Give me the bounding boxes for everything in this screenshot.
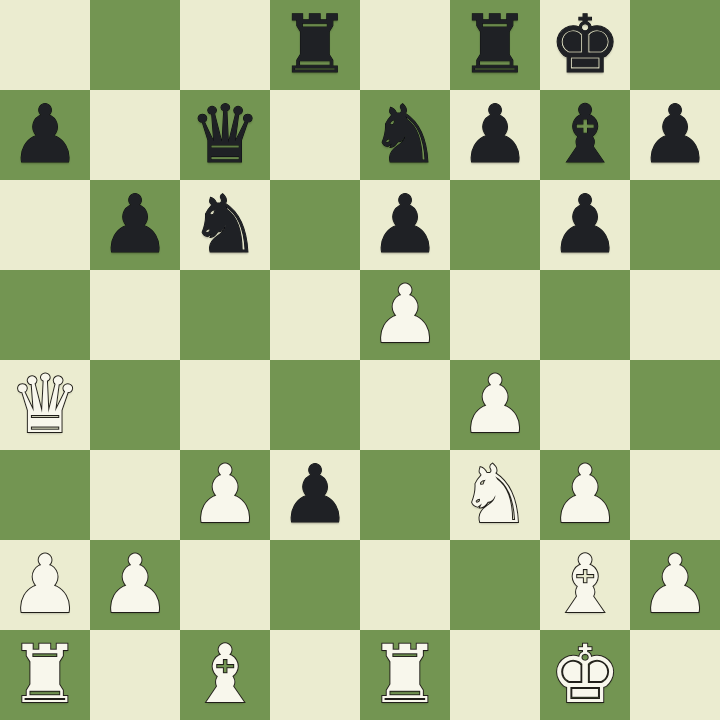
square-f6[interactable] bbox=[450, 180, 540, 270]
square-e8[interactable] bbox=[360, 0, 450, 90]
piece-white-bishop[interactable]: ♝ bbox=[540, 540, 630, 630]
piece-white-rook[interactable]: ♜ bbox=[0, 630, 90, 720]
square-a4[interactable]: ♛ bbox=[0, 360, 90, 450]
piece-black-pawn[interactable]: ♟ bbox=[540, 180, 630, 270]
square-d5[interactable] bbox=[270, 270, 360, 360]
square-g3[interactable]: ♟ bbox=[540, 450, 630, 540]
piece-black-pawn[interactable]: ♟ bbox=[450, 90, 540, 180]
piece-black-pawn[interactable]: ♟ bbox=[360, 180, 450, 270]
square-h8[interactable] bbox=[630, 0, 720, 90]
square-e6[interactable]: ♟ bbox=[360, 180, 450, 270]
piece-white-bishop[interactable]: ♝ bbox=[180, 630, 270, 720]
square-h6[interactable] bbox=[630, 180, 720, 270]
square-b7[interactable] bbox=[90, 90, 180, 180]
piece-black-bishop[interactable]: ♝ bbox=[540, 90, 630, 180]
square-a5[interactable] bbox=[0, 270, 90, 360]
square-e1[interactable]: ♜ bbox=[360, 630, 450, 720]
square-d8[interactable]: ♜ bbox=[270, 0, 360, 90]
square-a1[interactable]: ♜ bbox=[0, 630, 90, 720]
square-c1[interactable]: ♝ bbox=[180, 630, 270, 720]
square-f5[interactable] bbox=[450, 270, 540, 360]
square-g5[interactable] bbox=[540, 270, 630, 360]
square-f2[interactable] bbox=[450, 540, 540, 630]
square-f4[interactable]: ♟ bbox=[450, 360, 540, 450]
piece-white-pawn[interactable]: ♟ bbox=[360, 270, 450, 360]
square-b1[interactable] bbox=[90, 630, 180, 720]
piece-black-knight[interactable]: ♞ bbox=[180, 180, 270, 270]
square-h3[interactable] bbox=[630, 450, 720, 540]
square-e5[interactable]: ♟ bbox=[360, 270, 450, 360]
piece-black-pawn[interactable]: ♟ bbox=[270, 450, 360, 540]
square-c4[interactable] bbox=[180, 360, 270, 450]
square-b8[interactable] bbox=[90, 0, 180, 90]
square-b4[interactable] bbox=[90, 360, 180, 450]
piece-white-king[interactable]: ♚ bbox=[540, 630, 630, 720]
square-e7[interactable]: ♞ bbox=[360, 90, 450, 180]
square-g7[interactable]: ♝ bbox=[540, 90, 630, 180]
square-h1[interactable] bbox=[630, 630, 720, 720]
piece-white-pawn[interactable]: ♟ bbox=[90, 540, 180, 630]
square-g8[interactable]: ♚ bbox=[540, 0, 630, 90]
square-d6[interactable] bbox=[270, 180, 360, 270]
square-b2[interactable]: ♟ bbox=[90, 540, 180, 630]
piece-black-pawn[interactable]: ♟ bbox=[0, 90, 90, 180]
piece-black-rook[interactable]: ♜ bbox=[270, 0, 360, 90]
square-d1[interactable] bbox=[270, 630, 360, 720]
piece-white-pawn[interactable]: ♟ bbox=[0, 540, 90, 630]
square-c3[interactable]: ♟ bbox=[180, 450, 270, 540]
square-a8[interactable] bbox=[0, 0, 90, 90]
piece-black-rook[interactable]: ♜ bbox=[450, 0, 540, 90]
square-a2[interactable]: ♟ bbox=[0, 540, 90, 630]
square-f3[interactable]: ♞ bbox=[450, 450, 540, 540]
square-c5[interactable] bbox=[180, 270, 270, 360]
square-f1[interactable] bbox=[450, 630, 540, 720]
square-b3[interactable] bbox=[90, 450, 180, 540]
square-d2[interactable] bbox=[270, 540, 360, 630]
square-c8[interactable] bbox=[180, 0, 270, 90]
square-a7[interactable]: ♟ bbox=[0, 90, 90, 180]
square-h2[interactable]: ♟ bbox=[630, 540, 720, 630]
square-b5[interactable] bbox=[90, 270, 180, 360]
square-f8[interactable]: ♜ bbox=[450, 0, 540, 90]
square-e3[interactable] bbox=[360, 450, 450, 540]
square-a6[interactable] bbox=[0, 180, 90, 270]
square-h7[interactable]: ♟ bbox=[630, 90, 720, 180]
piece-white-pawn[interactable]: ♟ bbox=[540, 450, 630, 540]
square-g2[interactable]: ♝ bbox=[540, 540, 630, 630]
square-d7[interactable] bbox=[270, 90, 360, 180]
square-g1[interactable]: ♚ bbox=[540, 630, 630, 720]
square-c6[interactable]: ♞ bbox=[180, 180, 270, 270]
piece-white-queen[interactable]: ♛ bbox=[0, 360, 90, 450]
piece-black-pawn[interactable]: ♟ bbox=[90, 180, 180, 270]
piece-black-pawn[interactable]: ♟ bbox=[630, 90, 720, 180]
square-h5[interactable] bbox=[630, 270, 720, 360]
square-b6[interactable]: ♟ bbox=[90, 180, 180, 270]
square-d3[interactable]: ♟ bbox=[270, 450, 360, 540]
piece-white-pawn[interactable]: ♟ bbox=[450, 360, 540, 450]
square-c7[interactable]: ♛ bbox=[180, 90, 270, 180]
piece-white-knight[interactable]: ♞ bbox=[450, 450, 540, 540]
square-e4[interactable] bbox=[360, 360, 450, 450]
square-c2[interactable] bbox=[180, 540, 270, 630]
piece-black-king[interactable]: ♚ bbox=[540, 0, 630, 90]
square-e2[interactable] bbox=[360, 540, 450, 630]
square-a3[interactable] bbox=[0, 450, 90, 540]
piece-white-rook[interactable]: ♜ bbox=[360, 630, 450, 720]
square-f7[interactable]: ♟ bbox=[450, 90, 540, 180]
piece-black-queen[interactable]: ♛ bbox=[180, 90, 270, 180]
chess-board: ♜♜♚♟♛♞♟♝♟♟♞♟♟♟♛♟♟♟♞♟♟♟♝♟♜♝♜♚ bbox=[0, 0, 720, 720]
square-h4[interactable] bbox=[630, 360, 720, 450]
square-d4[interactable] bbox=[270, 360, 360, 450]
piece-white-pawn[interactable]: ♟ bbox=[180, 450, 270, 540]
square-g4[interactable] bbox=[540, 360, 630, 450]
piece-black-knight[interactable]: ♞ bbox=[360, 90, 450, 180]
piece-white-pawn[interactable]: ♟ bbox=[630, 540, 720, 630]
square-g6[interactable]: ♟ bbox=[540, 180, 630, 270]
